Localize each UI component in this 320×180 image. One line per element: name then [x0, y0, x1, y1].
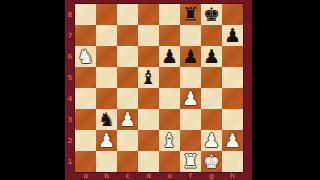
file-label-b: b: [96, 172, 117, 180]
square-e3[interactable]: [159, 109, 180, 130]
square-f2[interactable]: [180, 130, 201, 151]
square-e2[interactable]: ♝: [159, 130, 180, 151]
square-c3[interactable]: ♟: [117, 109, 138, 130]
square-d4[interactable]: [138, 88, 159, 109]
square-h7[interactable]: ♟: [222, 25, 243, 46]
square-a2[interactable]: [75, 130, 96, 151]
square-h2[interactable]: ♟: [222, 130, 243, 151]
square-e6[interactable]: ♟: [159, 46, 180, 67]
square-e8[interactable]: [159, 4, 180, 25]
square-h3[interactable]: [222, 109, 243, 130]
file-label-a: a: [75, 172, 96, 180]
square-d2[interactable]: [138, 130, 159, 151]
square-g1[interactable]: ♚: [201, 151, 222, 172]
square-c2[interactable]: [117, 130, 138, 151]
square-e5[interactable]: [159, 67, 180, 88]
piece-black-pawn-g6[interactable]: ♟: [203, 46, 220, 67]
square-d7[interactable]: [138, 25, 159, 46]
square-c7[interactable]: [117, 25, 138, 46]
piece-black-pawn-f6[interactable]: ♟: [182, 46, 199, 67]
square-b2[interactable]: ♟: [96, 130, 117, 151]
piece-black-king-g8[interactable]: ♚: [203, 4, 220, 25]
piece-white-knight-a6[interactable]: ♞: [77, 46, 94, 67]
square-f7[interactable]: [180, 25, 201, 46]
square-f4[interactable]: ♟: [180, 88, 201, 109]
square-e4[interactable]: [159, 88, 180, 109]
piece-black-rook-f8[interactable]: ♜: [182, 4, 199, 25]
chess-board: 87654321 abcdefgh ♜♚♟♞♟♟♟♝♟♞♟♟♝♟♟♜♚: [65, 0, 252, 180]
square-c1[interactable]: [117, 151, 138, 172]
square-b8[interactable]: [96, 4, 117, 25]
piece-white-pawn-b2[interactable]: ♟: [98, 130, 115, 151]
square-e1[interactable]: [159, 151, 180, 172]
square-c4[interactable]: [117, 88, 138, 109]
square-g6[interactable]: ♟: [201, 46, 222, 67]
rank-label-3: 3: [65, 109, 75, 130]
square-b1[interactable]: [96, 151, 117, 172]
rank-label-4: 4: [65, 88, 75, 109]
file-label-g: g: [201, 172, 222, 180]
square-b3[interactable]: ♞: [96, 109, 117, 130]
square-h8[interactable]: [222, 4, 243, 25]
square-e7[interactable]: [159, 25, 180, 46]
square-a1[interactable]: [75, 151, 96, 172]
rank-label-5: 5: [65, 67, 75, 88]
square-d1[interactable]: [138, 151, 159, 172]
square-g8[interactable]: ♚: [201, 4, 222, 25]
square-a6[interactable]: ♞: [75, 46, 96, 67]
square-f6[interactable]: ♟: [180, 46, 201, 67]
piece-white-pawn-c3[interactable]: ♟: [119, 109, 136, 130]
square-d3[interactable]: [138, 109, 159, 130]
square-a7[interactable]: [75, 25, 96, 46]
rank-label-8: 8: [65, 4, 75, 25]
square-f8[interactable]: ♜: [180, 4, 201, 25]
rank-label-7: 7: [65, 25, 75, 46]
square-g3[interactable]: [201, 109, 222, 130]
square-c5[interactable]: [117, 67, 138, 88]
file-label-d: d: [138, 172, 159, 180]
piece-black-knight-b3[interactable]: ♞: [98, 109, 115, 130]
square-b7[interactable]: [96, 25, 117, 46]
piece-black-bishop-d5[interactable]: ♝: [140, 67, 157, 88]
piece-white-pawn-g2[interactable]: ♟: [203, 130, 220, 151]
file-label-c: c: [117, 172, 138, 180]
square-h4[interactable]: [222, 88, 243, 109]
rank-label-2: 2: [65, 130, 75, 151]
square-b5[interactable]: [96, 67, 117, 88]
file-label-e: e: [159, 172, 180, 180]
square-b6[interactable]: [96, 46, 117, 67]
file-label-h: h: [222, 172, 243, 180]
square-f3[interactable]: [180, 109, 201, 130]
square-d5[interactable]: ♝: [138, 67, 159, 88]
square-h6[interactable]: [222, 46, 243, 67]
square-a8[interactable]: [75, 4, 96, 25]
piece-white-rook-f1[interactable]: ♜: [182, 151, 199, 172]
square-a4[interactable]: [75, 88, 96, 109]
square-h5[interactable]: [222, 67, 243, 88]
square-g5[interactable]: [201, 67, 222, 88]
board-squares: ♜♚♟♞♟♟♟♝♟♞♟♟♝♟♟♜♚: [75, 4, 243, 172]
square-d8[interactable]: [138, 4, 159, 25]
square-f1[interactable]: ♜: [180, 151, 201, 172]
piece-black-pawn-e6[interactable]: ♟: [161, 46, 178, 67]
square-h1[interactable]: [222, 151, 243, 172]
file-label-f: f: [180, 172, 201, 180]
rank-label-6: 6: [65, 46, 75, 67]
square-b4[interactable]: [96, 88, 117, 109]
square-g2[interactable]: ♟: [201, 130, 222, 151]
piece-black-pawn-h7[interactable]: ♟: [224, 25, 241, 46]
square-f5[interactable]: [180, 67, 201, 88]
square-d6[interactable]: [138, 46, 159, 67]
square-a5[interactable]: [75, 67, 96, 88]
square-c8[interactable]: [117, 4, 138, 25]
piece-white-pawn-f4[interactable]: ♟: [182, 88, 199, 109]
square-c6[interactable]: [117, 46, 138, 67]
square-g4[interactable]: [201, 88, 222, 109]
piece-white-pawn-h2[interactable]: ♟: [224, 130, 241, 151]
square-g7[interactable]: [201, 25, 222, 46]
square-a3[interactable]: [75, 109, 96, 130]
piece-white-bishop-e2[interactable]: ♝: [161, 130, 178, 151]
piece-white-king-g1[interactable]: ♚: [203, 151, 220, 172]
rank-label-1: 1: [65, 151, 75, 172]
chess-app-screenshot: 87654321 abcdefgh ♜♚♟♞♟♟♟♝♟♞♟♟♝♟♟♜♚: [0, 0, 320, 180]
